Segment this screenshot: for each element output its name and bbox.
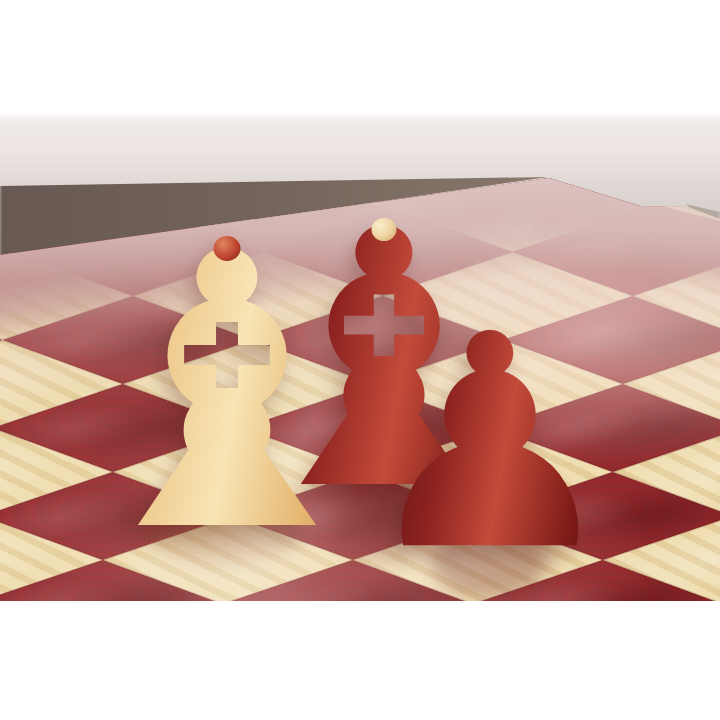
pawn-glyph: ♟: [358, 296, 622, 591]
product-photo-stage: ♝ ♝ ♟: [0, 0, 720, 720]
chessboard-photo: ♝ ♝ ♟: [0, 0, 720, 601]
white-bishop-piece: ♝: [141, 236, 313, 497]
red-pawn-piece: ♟: [420, 348, 560, 523]
bishop-glyph: ♝: [57, 204, 398, 584]
red-finial-ball-icon: [214, 236, 241, 261]
